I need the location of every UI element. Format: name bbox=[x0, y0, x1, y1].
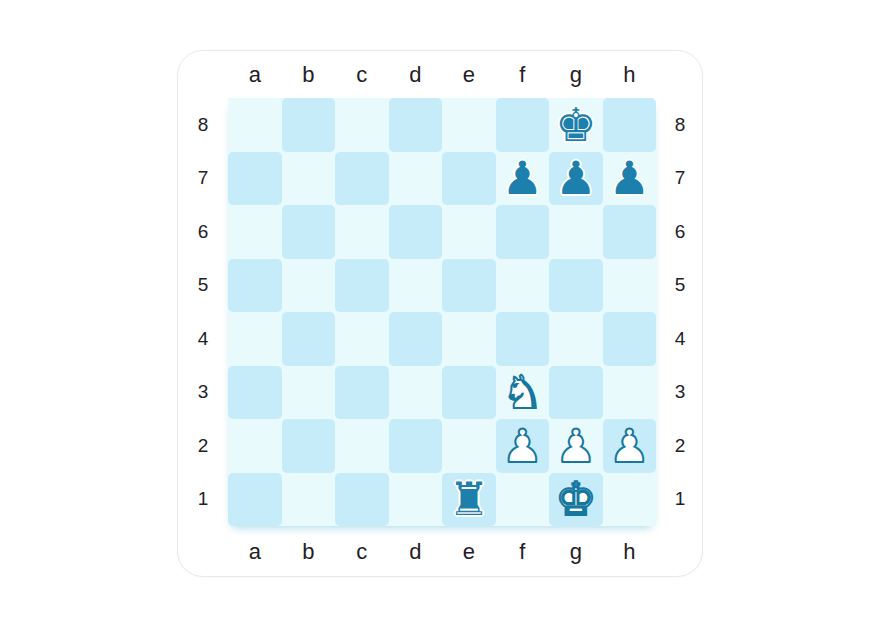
square-c7[interactable] bbox=[335, 152, 389, 206]
rank-label-right-6: 6 bbox=[656, 205, 704, 259]
square-a8[interactable] bbox=[228, 98, 282, 152]
piece-black-pawn-g7[interactable]: ♟ bbox=[555, 155, 596, 201]
square-g1[interactable]: ♚ bbox=[549, 473, 603, 527]
rank-label-right-3: 3 bbox=[656, 366, 704, 420]
file-label-bottom-e: e bbox=[442, 526, 496, 578]
piece-white-pawn-f2[interactable]: ♟ bbox=[502, 423, 543, 469]
square-f4[interactable] bbox=[496, 312, 550, 366]
square-b7[interactable] bbox=[282, 152, 336, 206]
square-e8[interactable] bbox=[442, 98, 496, 152]
square-f6[interactable] bbox=[496, 205, 550, 259]
square-b6[interactable] bbox=[282, 205, 336, 259]
rank-label-left-5: 5 bbox=[178, 259, 228, 313]
square-a6[interactable] bbox=[228, 205, 282, 259]
piece-white-king-g1[interactable]: ♚ bbox=[555, 476, 596, 522]
rank-label-right-2: 2 bbox=[656, 419, 704, 473]
piece-black-king-g8[interactable]: ♚ bbox=[555, 102, 596, 148]
file-label-top-f: f bbox=[496, 51, 550, 98]
square-c3[interactable] bbox=[335, 366, 389, 420]
square-c1[interactable] bbox=[335, 473, 389, 527]
rank-label-left-8: 8 bbox=[178, 98, 228, 152]
square-e3[interactable] bbox=[442, 366, 496, 420]
rank-labels-right: 87654321 bbox=[656, 98, 704, 526]
square-d3[interactable] bbox=[389, 366, 443, 420]
piece-black-rook-e1[interactable]: ♜ bbox=[448, 476, 489, 522]
file-label-top-b: b bbox=[282, 51, 336, 98]
square-a2[interactable] bbox=[228, 419, 282, 473]
file-label-bottom-d: d bbox=[389, 526, 443, 578]
file-label-bottom-b: b bbox=[282, 526, 336, 578]
rank-label-right-8: 8 bbox=[656, 98, 704, 152]
square-g7[interactable]: ♟ bbox=[549, 152, 603, 206]
square-g3[interactable] bbox=[549, 366, 603, 420]
square-e5[interactable] bbox=[442, 259, 496, 313]
piece-white-pawn-g2[interactable]: ♟ bbox=[555, 423, 596, 469]
square-d4[interactable] bbox=[389, 312, 443, 366]
square-c4[interactable] bbox=[335, 312, 389, 366]
file-label-top-a: a bbox=[228, 51, 282, 98]
rank-label-left-4: 4 bbox=[178, 312, 228, 366]
square-b2[interactable] bbox=[282, 419, 336, 473]
square-h3[interactable] bbox=[603, 366, 657, 420]
square-g4[interactable] bbox=[549, 312, 603, 366]
square-f2[interactable]: ♟ bbox=[496, 419, 550, 473]
square-d1[interactable] bbox=[389, 473, 443, 527]
square-e7[interactable] bbox=[442, 152, 496, 206]
file-label-top-g: g bbox=[549, 51, 603, 98]
piece-white-knight-f3[interactable]: ♞ bbox=[502, 369, 543, 415]
square-h2[interactable]: ♟ bbox=[603, 419, 657, 473]
square-d8[interactable] bbox=[389, 98, 443, 152]
square-b4[interactable] bbox=[282, 312, 336, 366]
square-g6[interactable] bbox=[549, 205, 603, 259]
file-label-bottom-f: f bbox=[496, 526, 550, 578]
square-c6[interactable] bbox=[335, 205, 389, 259]
square-f3[interactable]: ♞ bbox=[496, 366, 550, 420]
rank-label-right-5: 5 bbox=[656, 259, 704, 313]
square-e2[interactable] bbox=[442, 419, 496, 473]
square-e6[interactable] bbox=[442, 205, 496, 259]
square-h4[interactable] bbox=[603, 312, 657, 366]
piece-white-pawn-h2[interactable]: ♟ bbox=[609, 423, 650, 469]
square-f8[interactable] bbox=[496, 98, 550, 152]
file-label-bottom-g: g bbox=[549, 526, 603, 578]
rank-labels-left: 87654321 bbox=[178, 98, 228, 526]
board-card: abcdefgh 87654321 ♚♟♟♟♞♟♟♟♜♚ 87654321 ab… bbox=[177, 50, 703, 577]
rank-label-left-7: 7 bbox=[178, 152, 228, 206]
file-label-top-e: e bbox=[442, 51, 496, 98]
square-d2[interactable] bbox=[389, 419, 443, 473]
file-label-top-d: d bbox=[389, 51, 443, 98]
square-b8[interactable] bbox=[282, 98, 336, 152]
rank-label-right-1: 1 bbox=[656, 473, 704, 527]
square-a4[interactable] bbox=[228, 312, 282, 366]
square-c2[interactable] bbox=[335, 419, 389, 473]
square-h5[interactable] bbox=[603, 259, 657, 313]
square-c5[interactable] bbox=[335, 259, 389, 313]
rank-label-right-7: 7 bbox=[656, 152, 704, 206]
chess-board: ♚♟♟♟♞♟♟♟♜♚ bbox=[228, 98, 656, 526]
rank-label-left-1: 1 bbox=[178, 473, 228, 527]
square-g8[interactable]: ♚ bbox=[549, 98, 603, 152]
square-f7[interactable]: ♟ bbox=[496, 152, 550, 206]
piece-black-pawn-h7[interactable]: ♟ bbox=[609, 155, 650, 201]
square-h6[interactable] bbox=[603, 205, 657, 259]
square-a5[interactable] bbox=[228, 259, 282, 313]
square-d5[interactable] bbox=[389, 259, 443, 313]
square-f5[interactable] bbox=[496, 259, 550, 313]
square-g5[interactable] bbox=[549, 259, 603, 313]
rank-label-right-4: 4 bbox=[656, 312, 704, 366]
square-f1[interactable] bbox=[496, 473, 550, 527]
square-e4[interactable] bbox=[442, 312, 496, 366]
square-a1[interactable] bbox=[228, 473, 282, 527]
square-c8[interactable] bbox=[335, 98, 389, 152]
square-a7[interactable] bbox=[228, 152, 282, 206]
square-e1[interactable]: ♜ bbox=[442, 473, 496, 527]
square-d6[interactable] bbox=[389, 205, 443, 259]
file-label-bottom-a: a bbox=[228, 526, 282, 578]
rank-label-left-6: 6 bbox=[178, 205, 228, 259]
square-h7[interactable]: ♟ bbox=[603, 152, 657, 206]
file-label-top-c: c bbox=[335, 51, 389, 98]
square-h1[interactable] bbox=[603, 473, 657, 527]
square-h8[interactable] bbox=[603, 98, 657, 152]
square-d7[interactable] bbox=[389, 152, 443, 206]
file-label-top-h: h bbox=[603, 51, 657, 98]
square-b1[interactable] bbox=[282, 473, 336, 527]
file-labels-top: abcdefgh bbox=[228, 51, 656, 98]
square-b3[interactable] bbox=[282, 366, 336, 420]
square-b5[interactable] bbox=[282, 259, 336, 313]
file-labels-bottom: abcdefgh bbox=[228, 526, 656, 578]
piece-black-pawn-f7[interactable]: ♟ bbox=[502, 155, 543, 201]
square-g2[interactable]: ♟ bbox=[549, 419, 603, 473]
square-a3[interactable] bbox=[228, 366, 282, 420]
file-label-bottom-c: c bbox=[335, 526, 389, 578]
file-label-bottom-h: h bbox=[603, 526, 657, 578]
rank-label-left-2: 2 bbox=[178, 419, 228, 473]
rank-label-left-3: 3 bbox=[178, 366, 228, 420]
